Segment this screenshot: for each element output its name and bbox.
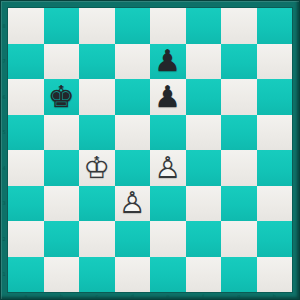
- square-g5[interactable]: [221, 115, 257, 151]
- square-g6[interactable]: [221, 79, 257, 115]
- black-pawn-glyph: ♟: [150, 79, 186, 115]
- square-h7[interactable]: [257, 44, 293, 80]
- square-d3[interactable]: ♟♙: [115, 186, 151, 222]
- chess-board: ♟♚♟♚♔♟♙♟♙: [8, 8, 292, 292]
- square-c3[interactable]: [79, 186, 115, 222]
- square-d8[interactable]: [115, 8, 151, 44]
- black-pawn-glyph: ♟: [150, 44, 186, 80]
- square-h3[interactable]: [257, 186, 293, 222]
- square-c2[interactable]: [79, 221, 115, 257]
- square-f7[interactable]: [186, 44, 222, 80]
- square-e2[interactable]: [150, 221, 186, 257]
- square-e6[interactable]: ♟: [150, 79, 186, 115]
- square-b6[interactable]: ♚: [44, 79, 80, 115]
- square-e1[interactable]: [150, 257, 186, 293]
- square-a2[interactable]: [8, 221, 44, 257]
- square-b3[interactable]: [44, 186, 80, 222]
- square-g3[interactable]: [221, 186, 257, 222]
- square-b8[interactable]: [44, 8, 80, 44]
- square-a5[interactable]: [8, 115, 44, 151]
- square-e8[interactable]: [150, 8, 186, 44]
- square-c7[interactable]: [79, 44, 115, 80]
- square-c6[interactable]: [79, 79, 115, 115]
- white-pawn[interactable]: ♟♙: [115, 186, 151, 222]
- square-a8[interactable]: [8, 8, 44, 44]
- square-c8[interactable]: [79, 8, 115, 44]
- square-c5[interactable]: [79, 115, 115, 151]
- square-e5[interactable]: [150, 115, 186, 151]
- square-g7[interactable]: [221, 44, 257, 80]
- square-a1[interactable]: [8, 257, 44, 293]
- square-a6[interactable]: [8, 79, 44, 115]
- black-king-glyph: ♚: [44, 79, 80, 115]
- square-h1[interactable]: [257, 257, 293, 293]
- square-g1[interactable]: [221, 257, 257, 293]
- square-d6[interactable]: [115, 79, 151, 115]
- square-g4[interactable]: [221, 150, 257, 186]
- white-pawn-glyph-outline: ♙: [150, 150, 186, 186]
- square-a7[interactable]: [8, 44, 44, 80]
- square-b2[interactable]: [44, 221, 80, 257]
- square-c1[interactable]: [79, 257, 115, 293]
- square-f8[interactable]: [186, 8, 222, 44]
- square-f2[interactable]: [186, 221, 222, 257]
- square-d2[interactable]: [115, 221, 151, 257]
- black-pawn[interactable]: ♟: [150, 44, 186, 80]
- square-d5[interactable]: [115, 115, 151, 151]
- square-b5[interactable]: [44, 115, 80, 151]
- chessboard-widget: ♟♚♟♚♔♟♙♟♙ 87654321abcdefgh: [0, 0, 300, 300]
- square-b4[interactable]: [44, 150, 80, 186]
- square-a3[interactable]: [8, 186, 44, 222]
- square-h4[interactable]: [257, 150, 293, 186]
- square-e7[interactable]: ♟: [150, 44, 186, 80]
- square-d4[interactable]: [115, 150, 151, 186]
- square-h8[interactable]: [257, 8, 293, 44]
- square-f4[interactable]: [186, 150, 222, 186]
- square-b1[interactable]: [44, 257, 80, 293]
- white-king-glyph-outline: ♔: [79, 150, 115, 186]
- square-f6[interactable]: [186, 79, 222, 115]
- white-king[interactable]: ♚♔: [79, 150, 115, 186]
- black-pawn[interactable]: ♟: [150, 79, 186, 115]
- square-g8[interactable]: [221, 8, 257, 44]
- square-f5[interactable]: [186, 115, 222, 151]
- white-pawn-glyph-outline: ♙: [115, 186, 151, 222]
- square-h2[interactable]: [257, 221, 293, 257]
- square-f3[interactable]: [186, 186, 222, 222]
- square-h6[interactable]: [257, 79, 293, 115]
- square-g2[interactable]: [221, 221, 257, 257]
- square-c4[interactable]: ♚♔: [79, 150, 115, 186]
- square-h5[interactable]: [257, 115, 293, 151]
- square-d7[interactable]: [115, 44, 151, 80]
- square-e3[interactable]: [150, 186, 186, 222]
- white-pawn[interactable]: ♟♙: [150, 150, 186, 186]
- black-king[interactable]: ♚: [44, 79, 80, 115]
- square-d1[interactable]: [115, 257, 151, 293]
- square-b7[interactable]: [44, 44, 80, 80]
- square-f1[interactable]: [186, 257, 222, 293]
- square-e4[interactable]: ♟♙: [150, 150, 186, 186]
- square-a4[interactable]: [8, 150, 44, 186]
